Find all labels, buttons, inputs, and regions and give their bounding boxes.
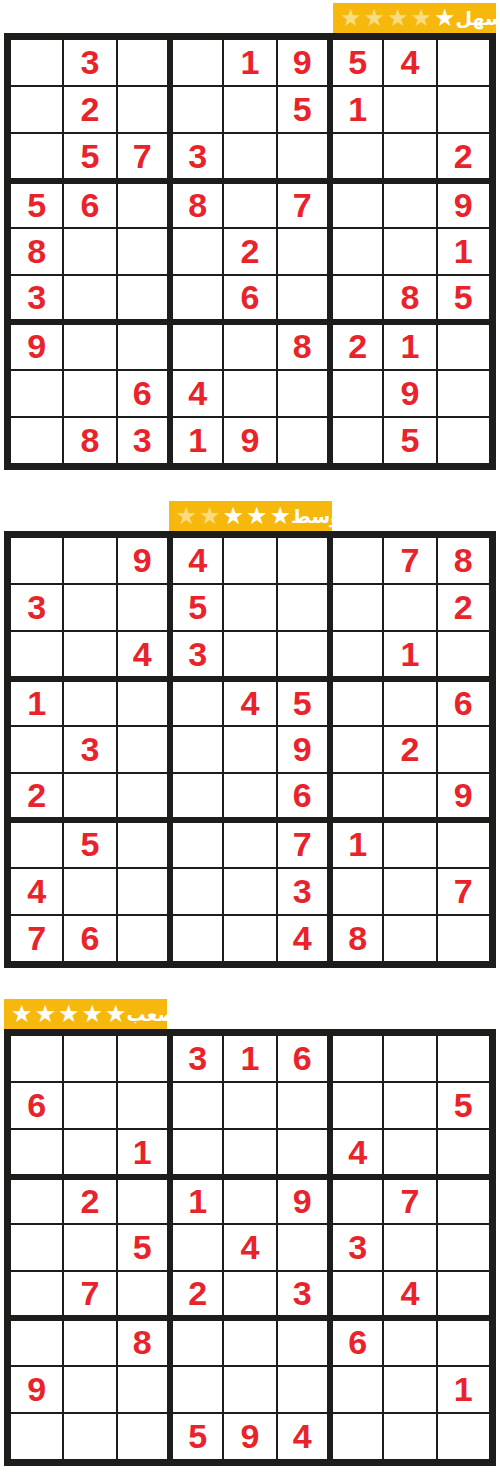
cell-r6c8[interactable]: 4 <box>383 1271 436 1318</box>
cell-r6c5[interactable]: 6 <box>223 275 276 322</box>
cell-r4c5[interactable] <box>223 181 276 228</box>
cell-r8c4[interactable] <box>170 1366 223 1413</box>
cell-r7c9[interactable] <box>437 1318 490 1365</box>
cell-r8c8[interactable]: 9 <box>383 370 436 417</box>
cell-r2c1[interactable]: 6 <box>10 1082 63 1129</box>
sudoku-board-medium: 947835243114563922695714377648 <box>4 531 496 968</box>
cell-r1c2[interactable] <box>63 537 116 584</box>
cell-r3c1[interactable] <box>10 133 63 180</box>
cell-r7c6[interactable]: 8 <box>277 322 330 369</box>
cell-r8c8[interactable] <box>383 1366 436 1413</box>
cell-r5c6[interactable] <box>277 228 330 275</box>
star-filled-icon: ★ <box>58 999 80 1029</box>
cell-r8c3[interactable]: 6 <box>117 370 170 417</box>
cell-r1c3[interactable] <box>117 1035 170 1082</box>
cell-r4c8[interactable] <box>383 679 436 726</box>
cell-r2c7[interactable] <box>330 1082 383 1129</box>
cell-r9c9[interactable] <box>437 1413 490 1460</box>
cell-r4c2[interactable] <box>63 679 116 726</box>
cell-r2c9[interactable]: 5 <box>437 1082 490 1129</box>
cell-r8c6[interactable]: 3 <box>277 868 330 915</box>
cell-r2c8[interactable] <box>383 1082 436 1129</box>
cell-r5c4[interactable] <box>170 1224 223 1271</box>
star-filled-icon: ★ <box>35 999 57 1029</box>
cell-r2c6[interactable] <box>277 1082 330 1129</box>
cell-r7c8[interactable]: 1 <box>383 322 436 369</box>
cell-r4c8[interactable] <box>383 181 436 228</box>
cell-r5c8[interactable] <box>383 228 436 275</box>
star-filled-icon: ★ <box>82 999 104 1029</box>
cell-r3c4[interactable]: 3 <box>170 133 223 180</box>
cell-r1c5[interactable]: 1 <box>223 39 276 86</box>
cell-r2c9[interactable]: 2 <box>437 584 490 631</box>
cell-r6c8[interactable]: 8 <box>383 275 436 322</box>
cell-r9c4[interactable]: 5 <box>170 1413 223 1460</box>
star-empty-icon: ★ <box>199 501 221 531</box>
cell-r8c5[interactable] <box>223 370 276 417</box>
cell-r5c8[interactable] <box>383 1224 436 1271</box>
cell-r8c9[interactable] <box>437 370 490 417</box>
cell-r6c7[interactable] <box>330 275 383 322</box>
cell-r5c5[interactable]: 4 <box>223 1224 276 1271</box>
cell-r9c7[interactable] <box>330 1413 383 1460</box>
cell-r9c3[interactable] <box>117 1413 170 1460</box>
cell-r5c2[interactable] <box>63 1224 116 1271</box>
cell-r9c2[interactable]: 8 <box>63 417 116 464</box>
cell-r9c8[interactable] <box>383 1413 436 1460</box>
cell-r6c3[interactable] <box>117 275 170 322</box>
cell-r7c8[interactable] <box>383 820 436 867</box>
cell-r4c2[interactable]: 6 <box>63 181 116 228</box>
difficulty-label: صعب <box>127 999 176 1029</box>
puzzle-hard: ★★★★★ صعب 3166514219754372348691594 <box>0 999 500 1473</box>
cell-r1c2[interactable] <box>63 1035 116 1082</box>
cell-r7c9[interactable] <box>437 820 490 867</box>
cell-r8c2[interactable] <box>63 868 116 915</box>
cell-r4c6[interactable]: 5 <box>277 679 330 726</box>
banner-row-easy: ★★★★★ سهل <box>0 3 500 33</box>
cell-r3c5[interactable] <box>223 631 276 678</box>
cell-r6c2[interactable] <box>63 275 116 322</box>
cell-r7c3[interactable] <box>117 820 170 867</box>
cell-r1c9[interactable] <box>437 1035 490 1082</box>
cell-r9c6[interactable]: 4 <box>277 915 330 962</box>
cell-r3c2[interactable] <box>63 631 116 678</box>
cell-r8c2[interactable] <box>63 370 116 417</box>
cell-r6c9[interactable]: 9 <box>437 773 490 820</box>
cell-r9c5[interactable]: 9 <box>223 417 276 464</box>
cell-r6c3[interactable] <box>117 773 170 820</box>
star-filled-icon: ★ <box>223 501 245 531</box>
cell-r4c9[interactable] <box>437 1177 490 1224</box>
sudoku-page: ★★★★★ سهل 319542515732568798213685982164… <box>0 0 500 1473</box>
cell-r7c5[interactable] <box>223 1318 276 1365</box>
difficulty-stars: ★★★★★ <box>340 3 456 33</box>
cell-r8c5[interactable] <box>223 1366 276 1413</box>
cell-r7c1[interactable] <box>10 820 63 867</box>
cell-r3c8[interactable] <box>383 1129 436 1176</box>
cell-r1c9[interactable] <box>437 39 490 86</box>
cell-r8c8[interactable] <box>383 868 436 915</box>
star-empty-icon: ★ <box>176 501 198 531</box>
cell-r4c7[interactable] <box>330 679 383 726</box>
cell-r4c5[interactable]: 4 <box>223 679 276 726</box>
difficulty-banner-easy: ★★★★★ سهل <box>333 3 496 33</box>
cell-r9c1[interactable] <box>10 1413 63 1460</box>
banner-row-hard: ★★★★★ صعب <box>0 999 500 1029</box>
cell-r1c7[interactable] <box>330 537 383 584</box>
difficulty-banner-hard: ★★★★★ صعب <box>4 999 167 1029</box>
cell-r5c9[interactable] <box>437 726 490 773</box>
star-filled-icon: ★ <box>270 501 292 531</box>
cell-r7c5[interactable] <box>223 820 276 867</box>
cell-r6c5[interactable] <box>223 773 276 820</box>
cell-r3c2[interactable]: 5 <box>63 133 116 180</box>
cell-r9c2[interactable]: 6 <box>63 915 116 962</box>
cell-r4c4[interactable] <box>170 679 223 726</box>
cell-r5c1[interactable]: 8 <box>10 228 63 275</box>
cell-r8c6[interactable] <box>277 1366 330 1413</box>
cell-r1c4[interactable]: 3 <box>170 1035 223 1082</box>
sudoku-board-easy: 319542515732568798213685982164983195 <box>4 33 496 470</box>
cell-r2c4[interactable] <box>170 86 223 133</box>
cell-r5c7[interactable] <box>330 228 383 275</box>
cell-r2c4[interactable]: 5 <box>170 584 223 631</box>
cell-r2c9[interactable] <box>437 86 490 133</box>
cell-r6c6[interactable]: 6 <box>277 773 330 820</box>
cell-r1c3[interactable]: 9 <box>117 537 170 584</box>
cell-r5c9[interactable]: 1 <box>437 228 490 275</box>
cell-r8c1[interactable] <box>10 370 63 417</box>
cell-r5c3[interactable] <box>117 228 170 275</box>
cell-r7c7[interactable]: 2 <box>330 322 383 369</box>
cell-r8c7[interactable] <box>330 370 383 417</box>
cell-r6c5[interactable] <box>223 1271 276 1318</box>
cell-r7c1[interactable]: 9 <box>10 322 63 369</box>
cell-r4c1[interactable] <box>10 1177 63 1224</box>
cell-r4c4[interactable]: 1 <box>170 1177 223 1224</box>
cell-r3c3[interactable]: 1 <box>117 1129 170 1176</box>
cell-r7c2[interactable] <box>63 322 116 369</box>
cell-r9c4[interactable]: 1 <box>170 417 223 464</box>
cell-r1c9[interactable]: 8 <box>437 537 490 584</box>
cell-r5c6[interactable]: 9 <box>277 726 330 773</box>
cell-r9c1[interactable] <box>10 417 63 464</box>
cell-r7c1[interactable] <box>10 1318 63 1365</box>
cell-r6c3[interactable] <box>117 1271 170 1318</box>
cell-r3c5[interactable] <box>223 1129 276 1176</box>
cell-r9c7[interactable] <box>330 417 383 464</box>
cell-r6c2[interactable] <box>63 773 116 820</box>
cell-r1c1[interactable] <box>10 537 63 584</box>
cell-r1c7[interactable] <box>330 1035 383 1082</box>
cell-r3c1[interactable] <box>10 631 63 678</box>
cell-r8c7[interactable] <box>330 868 383 915</box>
cell-r9c3[interactable] <box>117 915 170 962</box>
cell-r2c5[interactable] <box>223 1082 276 1129</box>
cell-r9c7[interactable]: 8 <box>330 915 383 962</box>
cell-r4c3[interactable] <box>117 679 170 726</box>
cell-r3c8[interactable]: 1 <box>383 631 436 678</box>
cell-r6c7[interactable] <box>330 773 383 820</box>
cell-r5c4[interactable] <box>170 726 223 773</box>
cell-r1c8[interactable] <box>383 1035 436 1082</box>
cell-r8c1[interactable]: 4 <box>10 868 63 915</box>
cell-r4c9[interactable]: 9 <box>437 181 490 228</box>
cell-r4c8[interactable]: 7 <box>383 1177 436 1224</box>
cell-r7c4[interactable] <box>170 820 223 867</box>
cell-r8c6[interactable] <box>277 370 330 417</box>
cell-r2c1[interactable] <box>10 86 63 133</box>
cell-r3c5[interactable] <box>223 133 276 180</box>
cell-r2c1[interactable]: 3 <box>10 584 63 631</box>
cell-r6c9[interactable]: 5 <box>437 275 490 322</box>
cell-r9c1[interactable]: 7 <box>10 915 63 962</box>
cell-r7c2[interactable] <box>63 1318 116 1365</box>
cell-r2c2[interactable]: 2 <box>63 86 116 133</box>
cell-r9c9[interactable] <box>437 417 490 464</box>
cell-r4c2[interactable]: 2 <box>63 1177 116 1224</box>
difficulty-label: وسط <box>291 501 342 531</box>
cell-r2c3[interactable] <box>117 584 170 631</box>
cell-r6c1[interactable]: 3 <box>10 275 63 322</box>
cell-r4c1[interactable]: 1 <box>10 679 63 726</box>
cell-r4c4[interactable]: 8 <box>170 181 223 228</box>
cell-r8c3[interactable] <box>117 1366 170 1413</box>
cell-r1c4[interactable] <box>170 39 223 86</box>
cell-r2c4[interactable] <box>170 1082 223 1129</box>
cell-r8c4[interactable]: 4 <box>170 370 223 417</box>
cell-r1c5[interactable] <box>223 537 276 584</box>
cell-r2c3[interactable] <box>117 86 170 133</box>
cell-r5c4[interactable] <box>170 228 223 275</box>
cell-r9c5[interactable] <box>223 915 276 962</box>
cell-r2c6[interactable]: 5 <box>277 86 330 133</box>
cell-r3c7[interactable] <box>330 133 383 180</box>
cell-r2c2[interactable] <box>63 1082 116 1129</box>
cell-r5c7[interactable]: 3 <box>330 1224 383 1271</box>
cell-r7c4[interactable] <box>170 1318 223 1365</box>
cell-r2c5[interactable] <box>223 86 276 133</box>
star-empty-icon: ★ <box>387 3 409 33</box>
cell-r2c3[interactable] <box>117 1082 170 1129</box>
cell-r3c2[interactable] <box>63 1129 116 1176</box>
cell-r3c3[interactable]: 4 <box>117 631 170 678</box>
cell-r6c9[interactable] <box>437 1271 490 1318</box>
cell-r7c3[interactable]: 8 <box>117 1318 170 1365</box>
star-empty-icon: ★ <box>340 3 362 33</box>
cell-r3c1[interactable] <box>10 1129 63 1176</box>
cell-r9c8[interactable]: 5 <box>383 417 436 464</box>
cell-r1c6[interactable]: 6 <box>277 1035 330 1082</box>
cell-r4c5[interactable] <box>223 1177 276 1224</box>
cell-r6c6[interactable] <box>277 275 330 322</box>
cell-r1c2[interactable]: 3 <box>63 39 116 86</box>
cell-r6c1[interactable] <box>10 1271 63 1318</box>
cell-r7c6[interactable]: 7 <box>277 820 330 867</box>
cell-r9c5[interactable]: 9 <box>223 1413 276 1460</box>
difficulty-banner-medium: ★★★★★ وسط <box>169 501 332 531</box>
cell-r9c6[interactable] <box>277 417 330 464</box>
cell-r6c1[interactable]: 2 <box>10 773 63 820</box>
cell-r4c1[interactable]: 5 <box>10 181 63 228</box>
cell-r3c7[interactable]: 4 <box>330 1129 383 1176</box>
cell-r2c8[interactable] <box>383 86 436 133</box>
cell-r1c1[interactable] <box>10 1035 63 1082</box>
cell-r8c9[interactable]: 7 <box>437 868 490 915</box>
cell-r5c3[interactable]: 5 <box>117 1224 170 1271</box>
cell-r5c8[interactable]: 2 <box>383 726 436 773</box>
cell-r3c3[interactable]: 7 <box>117 133 170 180</box>
cell-r7c2[interactable]: 5 <box>63 820 116 867</box>
cell-r3c4[interactable] <box>170 1129 223 1176</box>
cell-r4c9[interactable]: 6 <box>437 679 490 726</box>
difficulty-stars: ★★★★★ <box>176 501 292 531</box>
difficulty-label: سهل <box>456 3 500 33</box>
cell-r7c7[interactable]: 1 <box>330 820 383 867</box>
cell-r9c2[interactable] <box>63 1413 116 1460</box>
cell-r7c8[interactable] <box>383 1318 436 1365</box>
cell-r3c4[interactable]: 3 <box>170 631 223 678</box>
cell-r7c7[interactable]: 6 <box>330 1318 383 1365</box>
cell-r1c6[interactable]: 9 <box>277 39 330 86</box>
cell-r1c1[interactable] <box>10 39 63 86</box>
star-filled-icon: ★ <box>434 3 456 33</box>
star-filled-icon: ★ <box>11 999 33 1029</box>
cell-r8c4[interactable] <box>170 868 223 915</box>
cell-r3c6[interactable] <box>277 631 330 678</box>
star-filled-icon: ★ <box>105 999 127 1029</box>
cell-r4c6[interactable]: 7 <box>277 181 330 228</box>
cell-r6c2[interactable]: 7 <box>63 1271 116 1318</box>
cell-r3c8[interactable] <box>383 133 436 180</box>
cell-r8c7[interactable] <box>330 1366 383 1413</box>
cell-r4c6[interactable]: 9 <box>277 1177 330 1224</box>
cell-r1c5[interactable]: 1 <box>223 1035 276 1082</box>
cell-r2c5[interactable] <box>223 584 276 631</box>
puzzle-medium: ★★★★★ وسط 947835243114563922695714377648 <box>0 501 500 968</box>
cell-r5c5[interactable]: 2 <box>223 228 276 275</box>
cell-r4c7[interactable] <box>330 181 383 228</box>
cell-r4c3[interactable] <box>117 181 170 228</box>
cell-r3c7[interactable] <box>330 631 383 678</box>
cell-r7c9[interactable] <box>437 322 490 369</box>
cell-r1c7[interactable]: 5 <box>330 39 383 86</box>
cell-r1c8[interactable]: 4 <box>383 39 436 86</box>
cell-r6c6[interactable]: 3 <box>277 1271 330 1318</box>
cell-r6c4[interactable] <box>170 773 223 820</box>
cell-r5c7[interactable] <box>330 726 383 773</box>
cell-r9c6[interactable]: 4 <box>277 1413 330 1460</box>
sudoku-board-hard: 3166514219754372348691594 <box>4 1029 496 1466</box>
cell-r9c3[interactable]: 3 <box>117 417 170 464</box>
cell-r5c1[interactable] <box>10 1224 63 1271</box>
cell-r1c6[interactable] <box>277 537 330 584</box>
cell-r7c5[interactable] <box>223 322 276 369</box>
cell-r3c9[interactable]: 2 <box>437 133 490 180</box>
cell-r4c7[interactable] <box>330 1177 383 1224</box>
cell-r9c8[interactable] <box>383 915 436 962</box>
cell-r7c6[interactable] <box>277 1318 330 1365</box>
puzzle-easy: ★★★★★ سهل 319542515732568798213685982164… <box>0 3 500 470</box>
cell-r8c5[interactable] <box>223 868 276 915</box>
cell-r8c9[interactable]: 1 <box>437 1366 490 1413</box>
cell-r5c2[interactable]: 3 <box>63 726 116 773</box>
cell-r8c3[interactable] <box>117 868 170 915</box>
cell-r2c8[interactable] <box>383 584 436 631</box>
difficulty-stars: ★★★★★ <box>11 999 127 1029</box>
cell-r1c8[interactable]: 7 <box>383 537 436 584</box>
cell-r6c4[interactable] <box>170 275 223 322</box>
cell-r1c3[interactable] <box>117 39 170 86</box>
cell-r9c4[interactable] <box>170 915 223 962</box>
cell-r3c9[interactable] <box>437 631 490 678</box>
cell-r5c6[interactable] <box>277 1224 330 1271</box>
cell-r3c9[interactable] <box>437 1129 490 1176</box>
cell-r2c7[interactable]: 1 <box>330 86 383 133</box>
cell-r2c7[interactable] <box>330 584 383 631</box>
star-empty-icon: ★ <box>364 3 386 33</box>
cell-r8c1[interactable]: 9 <box>10 1366 63 1413</box>
cell-r2c2[interactable] <box>63 584 116 631</box>
cell-r6c8[interactable] <box>383 773 436 820</box>
cell-r7c3[interactable] <box>117 322 170 369</box>
star-empty-icon: ★ <box>411 3 433 33</box>
cell-r9c9[interactable] <box>437 915 490 962</box>
cell-r3c6[interactable] <box>277 1129 330 1176</box>
cell-r5c5[interactable] <box>223 726 276 773</box>
cell-r5c9[interactable] <box>437 1224 490 1271</box>
cell-r3c6[interactable] <box>277 133 330 180</box>
cell-r2c6[interactable] <box>277 584 330 631</box>
cell-r4c3[interactable] <box>117 1177 170 1224</box>
cell-r5c2[interactable] <box>63 228 116 275</box>
cell-r6c4[interactable]: 2 <box>170 1271 223 1318</box>
cell-r8c2[interactable] <box>63 1366 116 1413</box>
cell-r6c7[interactable] <box>330 1271 383 1318</box>
banner-row-medium: ★★★★★ وسط <box>0 501 500 531</box>
cell-r5c1[interactable] <box>10 726 63 773</box>
cell-r1c4[interactable]: 4 <box>170 537 223 584</box>
cell-r7c4[interactable] <box>170 322 223 369</box>
cell-r5c3[interactable] <box>117 726 170 773</box>
star-filled-icon: ★ <box>246 501 268 531</box>
